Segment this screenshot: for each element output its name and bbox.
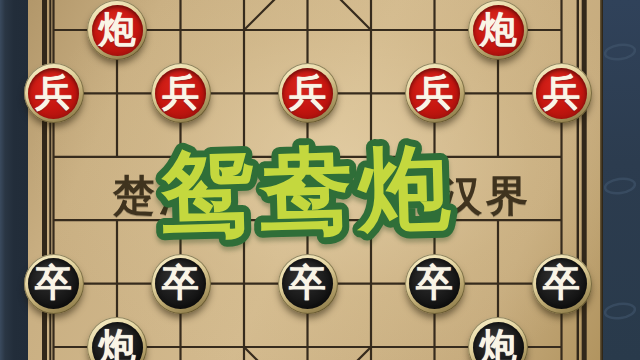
opening-title-overlay: 鸳鸯炮 (0, 0, 640, 360)
game-screen: 楚河 汉界 炮炮兵兵兵兵兵卒卒卒卒卒炮炮 鸳鸯炮 (0, 0, 640, 360)
opening-title-text: 鸳鸯炮 (159, 134, 458, 249)
